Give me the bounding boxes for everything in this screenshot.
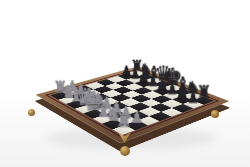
chess-set-photo: ♜♞♝♛♚♝♞♜♟♟♟♟♟♟♟♟♟♟♟♟♟♟♟♟♜♞♝♛♚♝♞♜ [0,0,250,167]
brass-foot-near [120,146,130,156]
chess-board: ♜♞♝♛♚♝♞♜♟♟♟♟♟♟♟♟♟♟♟♟♟♟♟♟♜♞♝♛♚♝♞♜ [35,66,229,144]
piece-black-pawn[interactable]: ♟ [176,73,211,104]
square-h7[interactable]: ♟ [182,100,203,108]
brass-foot-right [211,110,219,118]
brass-foot-left [28,109,35,116]
piece-white-rook[interactable]: ♜ [104,95,143,129]
